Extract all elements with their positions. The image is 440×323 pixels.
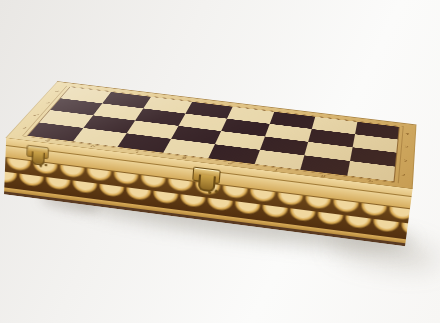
brass-latch-left (23, 143, 53, 171)
latch-hook-icon (31, 151, 45, 166)
photo-stage: abcdefgh 4321 4321 (0, 0, 440, 323)
brass-latch-center (187, 164, 225, 199)
rank-label-right-3: 3 (399, 140, 412, 155)
latch-screws-icon (40, 165, 43, 168)
rank-label-right-4: 4 (401, 127, 414, 141)
rank-labels-right: 4321 (397, 127, 414, 184)
latch-hook-icon (198, 174, 216, 192)
rank-label-right-1: 1 (397, 167, 411, 184)
latch-screws-icon (208, 191, 211, 194)
rank-label-right-2: 2 (398, 153, 412, 169)
